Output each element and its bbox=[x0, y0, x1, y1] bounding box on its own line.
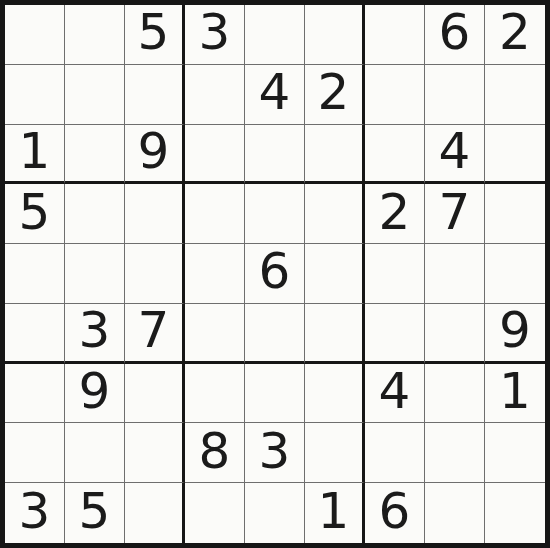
cell-r7c9: 1 bbox=[485, 364, 545, 424]
cell-r4c4[interactable] bbox=[185, 184, 245, 244]
cell-r5c1[interactable] bbox=[5, 244, 65, 304]
cell-r7c1[interactable] bbox=[5, 364, 65, 424]
cell-r9c7: 6 bbox=[365, 483, 425, 543]
cell-r6c6[interactable] bbox=[305, 304, 365, 364]
cell-r3c1: 1 bbox=[5, 125, 65, 185]
cell-r5c4[interactable] bbox=[185, 244, 245, 304]
cell-r8c3[interactable] bbox=[125, 423, 185, 483]
cell-r2c6: 2 bbox=[305, 65, 365, 125]
cell-r3c7[interactable] bbox=[365, 125, 425, 185]
cell-r6c2: 3 bbox=[65, 304, 125, 364]
cell-r5c6[interactable] bbox=[305, 244, 365, 304]
cell-r9c8[interactable] bbox=[425, 483, 485, 543]
cell-r3c6[interactable] bbox=[305, 125, 365, 185]
cell-r7c7: 4 bbox=[365, 364, 425, 424]
cell-r5c5: 6 bbox=[245, 244, 305, 304]
cell-r6c4[interactable] bbox=[185, 304, 245, 364]
cell-r3c3: 9 bbox=[125, 125, 185, 185]
cell-r9c6: 1 bbox=[305, 483, 365, 543]
sudoku-board: 5 3 6 2 4 2 1 9 4 5 2 7 6 3 7 9 9 4 bbox=[0, 0, 550, 548]
cell-r6c1[interactable] bbox=[5, 304, 65, 364]
cell-r4c1: 5 bbox=[5, 184, 65, 244]
cell-r5c7[interactable] bbox=[365, 244, 425, 304]
cell-r4c8: 7 bbox=[425, 184, 485, 244]
cell-r1c6[interactable] bbox=[305, 5, 365, 65]
cell-r1c4: 3 bbox=[185, 5, 245, 65]
cell-r1c2[interactable] bbox=[65, 5, 125, 65]
cell-r4c2[interactable] bbox=[65, 184, 125, 244]
cell-r8c1[interactable] bbox=[5, 423, 65, 483]
cell-r6c5[interactable] bbox=[245, 304, 305, 364]
cell-r8c5: 3 bbox=[245, 423, 305, 483]
cell-r2c2[interactable] bbox=[65, 65, 125, 125]
cell-r5c8[interactable] bbox=[425, 244, 485, 304]
cell-r5c3[interactable] bbox=[125, 244, 185, 304]
cell-r2c7[interactable] bbox=[365, 65, 425, 125]
cell-r2c4[interactable] bbox=[185, 65, 245, 125]
cell-r1c8: 6 bbox=[425, 5, 485, 65]
cell-r3c8: 4 bbox=[425, 125, 485, 185]
cell-r9c4[interactable] bbox=[185, 483, 245, 543]
cell-r5c2[interactable] bbox=[65, 244, 125, 304]
cell-r2c8[interactable] bbox=[425, 65, 485, 125]
cell-r3c2[interactable] bbox=[65, 125, 125, 185]
cell-r1c1[interactable] bbox=[5, 5, 65, 65]
cell-r6c3: 7 bbox=[125, 304, 185, 364]
cell-r4c9[interactable] bbox=[485, 184, 545, 244]
cell-r8c8[interactable] bbox=[425, 423, 485, 483]
cell-r6c7[interactable] bbox=[365, 304, 425, 364]
cell-r9c2: 5 bbox=[65, 483, 125, 543]
cell-r9c1: 3 bbox=[5, 483, 65, 543]
cell-r8c4: 8 bbox=[185, 423, 245, 483]
cell-r3c9[interactable] bbox=[485, 125, 545, 185]
cell-r9c5[interactable] bbox=[245, 483, 305, 543]
cell-r9c9[interactable] bbox=[485, 483, 545, 543]
cell-r2c3[interactable] bbox=[125, 65, 185, 125]
cell-r6c8[interactable] bbox=[425, 304, 485, 364]
cell-r7c6[interactable] bbox=[305, 364, 365, 424]
cell-r8c7[interactable] bbox=[365, 423, 425, 483]
cell-r4c3[interactable] bbox=[125, 184, 185, 244]
cell-r5c9[interactable] bbox=[485, 244, 545, 304]
cell-r8c2[interactable] bbox=[65, 423, 125, 483]
cell-r8c9[interactable] bbox=[485, 423, 545, 483]
cell-r4c5[interactable] bbox=[245, 184, 305, 244]
cell-r6c9: 9 bbox=[485, 304, 545, 364]
cell-r1c9: 2 bbox=[485, 5, 545, 65]
cell-r9c3[interactable] bbox=[125, 483, 185, 543]
cell-r7c4[interactable] bbox=[185, 364, 245, 424]
cell-r2c9[interactable] bbox=[485, 65, 545, 125]
cell-r1c3: 5 bbox=[125, 5, 185, 65]
cell-r2c5: 4 bbox=[245, 65, 305, 125]
cell-r2c1[interactable] bbox=[5, 65, 65, 125]
cell-r1c5[interactable] bbox=[245, 5, 305, 65]
cell-r7c2: 9 bbox=[65, 364, 125, 424]
cell-r1c7[interactable] bbox=[365, 5, 425, 65]
cell-r4c7: 2 bbox=[365, 184, 425, 244]
cell-r3c4[interactable] bbox=[185, 125, 245, 185]
cell-r7c3[interactable] bbox=[125, 364, 185, 424]
cell-r7c8[interactable] bbox=[425, 364, 485, 424]
cell-r3c5[interactable] bbox=[245, 125, 305, 185]
cell-r7c5[interactable] bbox=[245, 364, 305, 424]
cell-r8c6[interactable] bbox=[305, 423, 365, 483]
cell-r4c6[interactable] bbox=[305, 184, 365, 244]
